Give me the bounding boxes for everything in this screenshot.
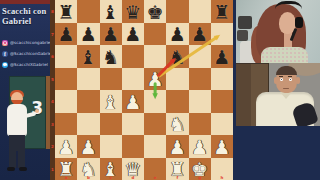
square-g8 bbox=[189, 0, 211, 23]
square-c8: ♝ bbox=[100, 0, 122, 23]
square-d4: ♟ bbox=[122, 90, 144, 113]
square-f7: ♟ bbox=[166, 23, 188, 46]
square-e8: ♚ bbox=[144, 0, 166, 23]
square-g4 bbox=[189, 90, 211, 113]
square-e7 bbox=[144, 23, 166, 46]
square-e6 bbox=[144, 45, 166, 68]
square-g2: ♟ bbox=[189, 135, 211, 158]
square-a8: ♜ bbox=[55, 0, 77, 23]
square-c2 bbox=[100, 135, 122, 158]
white-pawn-b2: ♟ bbox=[80, 137, 97, 156]
chess-board: ♜♝♛♚♜♟♟♟♟♟♟♝♞♞♟♟♝♟♞♟♟♟♟♟♜♞♝♛♜♚abcdefgh bbox=[55, 0, 233, 180]
left-banner: Scacchi con Gabriel @scacchicongabriel @… bbox=[0, 0, 50, 180]
black-king-e8: ♚ bbox=[147, 2, 164, 21]
square-e5: ♟ bbox=[144, 68, 166, 91]
square-b5 bbox=[77, 68, 99, 91]
square-f8 bbox=[166, 0, 188, 23]
guest-hair bbox=[276, 66, 297, 75]
file-label-d: d bbox=[131, 175, 134, 180]
black-pawn-h6: ♟ bbox=[213, 47, 230, 66]
square-c7: ♟ bbox=[100, 23, 122, 46]
square-g7: ♟ bbox=[189, 23, 211, 46]
file-label-c: c bbox=[109, 175, 111, 180]
black-rook-a8: ♜ bbox=[58, 2, 75, 21]
social-row-instagram: @scacchicongabriel bbox=[2, 39, 53, 46]
streamer-top bbox=[261, 47, 308, 63]
social-links: @scacchicongabriel @ScacchiconGabriel @S… bbox=[2, 39, 53, 68]
square-g5 bbox=[189, 68, 211, 91]
square-h5 bbox=[211, 68, 233, 91]
channel-title-line2: Gabriel bbox=[2, 16, 46, 26]
facebook-icon bbox=[2, 51, 8, 57]
square-h7 bbox=[211, 23, 233, 46]
twitter-handle: @ScacchiXGabriel bbox=[10, 62, 48, 67]
black-knight-c6: ♞ bbox=[102, 47, 119, 66]
square-a7: ♟ bbox=[55, 23, 77, 46]
white-pawn-h2: ♟ bbox=[213, 137, 230, 156]
pillow bbox=[237, 30, 248, 41]
square-d7: ♟ bbox=[122, 23, 144, 46]
black-pawn-d7: ♟ bbox=[124, 25, 141, 44]
white-pawn-f2: ♟ bbox=[169, 137, 186, 156]
square-b6: ♝ bbox=[77, 45, 99, 68]
square-e4 bbox=[144, 90, 166, 113]
facebook-handle: @ScacchiconGabriel bbox=[10, 51, 53, 56]
square-h6: ♟ bbox=[211, 45, 233, 68]
webcam-bottom bbox=[236, 63, 320, 126]
square-g3 bbox=[189, 113, 211, 136]
webcam-top bbox=[236, 0, 320, 63]
black-pawn-f7: ♟ bbox=[169, 25, 186, 44]
black-bishop-c8: ♝ bbox=[102, 2, 119, 21]
white-pawn-g2: ♟ bbox=[191, 137, 208, 156]
instagram-icon bbox=[2, 40, 8, 46]
square-h8: ♜ bbox=[211, 0, 233, 23]
square-b4 bbox=[77, 90, 99, 113]
black-bishop-b6: ♝ bbox=[80, 47, 97, 66]
white-bishop-c4: ♝ bbox=[102, 92, 119, 111]
square-b2: ♟ bbox=[77, 135, 99, 158]
instagram-handle: @scacchicongabriel bbox=[10, 40, 52, 45]
file-label-b: b bbox=[87, 175, 90, 180]
square-h2: ♟ bbox=[211, 135, 233, 158]
square-a6 bbox=[55, 45, 77, 68]
headphones-earcup bbox=[295, 17, 303, 28]
square-a5 bbox=[55, 68, 77, 91]
black-queen-d8: ♛ bbox=[124, 2, 141, 21]
channel-title: Scacchi con Gabriel bbox=[2, 6, 46, 26]
teacher-shoe-right bbox=[19, 167, 27, 171]
guest-eye bbox=[289, 78, 292, 81]
square-g6 bbox=[189, 45, 211, 68]
square-a3 bbox=[55, 113, 77, 136]
channel-title-line1: Scacchi con bbox=[2, 6, 46, 16]
white-pawn-e5: ♟ bbox=[147, 70, 164, 89]
social-row-twitter: @ScacchiXGabriel bbox=[2, 61, 53, 68]
guest-brow bbox=[288, 76, 292, 77]
twitter-icon bbox=[2, 62, 8, 68]
square-c6: ♞ bbox=[100, 45, 122, 68]
square-f3: ♞ bbox=[166, 113, 188, 136]
square-c4: ♝ bbox=[100, 90, 122, 113]
square-c5 bbox=[100, 68, 122, 91]
square-d8: ♛ bbox=[122, 0, 144, 23]
white-knight-f3: ♞ bbox=[169, 115, 186, 134]
square-f5 bbox=[166, 68, 188, 91]
black-pawn-b7: ♟ bbox=[80, 25, 97, 44]
file-label-a: a bbox=[65, 175, 68, 180]
white-pawn-d4: ♟ bbox=[124, 92, 141, 111]
square-a4 bbox=[55, 90, 77, 113]
stream-thumbnail: Scacchi con Gabriel @scacchicongabriel @… bbox=[0, 0, 320, 180]
file-label-h: h bbox=[220, 175, 223, 180]
file-label-f: f bbox=[177, 175, 179, 180]
square-b7: ♟ bbox=[77, 23, 99, 46]
square-a2: ♟ bbox=[55, 135, 77, 158]
square-e2 bbox=[144, 135, 166, 158]
square-d5 bbox=[122, 68, 144, 91]
pillow bbox=[238, 16, 252, 29]
square-b8 bbox=[77, 0, 99, 23]
guest-brow bbox=[279, 76, 283, 77]
square-f6: ♞ bbox=[166, 45, 188, 68]
black-knight-f6: ♞ bbox=[169, 47, 186, 66]
top-accent-strip bbox=[0, 0, 50, 4]
episode-number: 3 bbox=[31, 100, 43, 117]
square-h4 bbox=[211, 90, 233, 113]
square-b3 bbox=[77, 113, 99, 136]
teacher-shoe-left bbox=[7, 167, 15, 171]
square-e3 bbox=[144, 113, 166, 136]
headphones-band bbox=[275, 1, 302, 17]
black-pawn-g7: ♟ bbox=[191, 25, 208, 44]
guest-eye bbox=[280, 78, 283, 81]
guest-mouth bbox=[283, 88, 289, 89]
black-pawn-c7: ♟ bbox=[102, 25, 119, 44]
square-d3 bbox=[122, 113, 144, 136]
square-f4 bbox=[166, 90, 188, 113]
square-d6 bbox=[122, 45, 144, 68]
black-rook-h8: ♜ bbox=[213, 2, 230, 21]
square-c3 bbox=[100, 113, 122, 136]
black-pawn-a7: ♟ bbox=[58, 25, 75, 44]
social-row-facebook: @ScacchiconGabriel bbox=[2, 50, 53, 57]
square-d2 bbox=[122, 135, 144, 158]
square-f2: ♟ bbox=[166, 135, 188, 158]
white-pawn-a2: ♟ bbox=[58, 137, 75, 156]
file-label-g: g bbox=[198, 175, 201, 180]
file-label-e: e bbox=[154, 175, 157, 180]
chalkboard: 3 bbox=[9, 76, 50, 149]
square-h3 bbox=[211, 113, 233, 136]
